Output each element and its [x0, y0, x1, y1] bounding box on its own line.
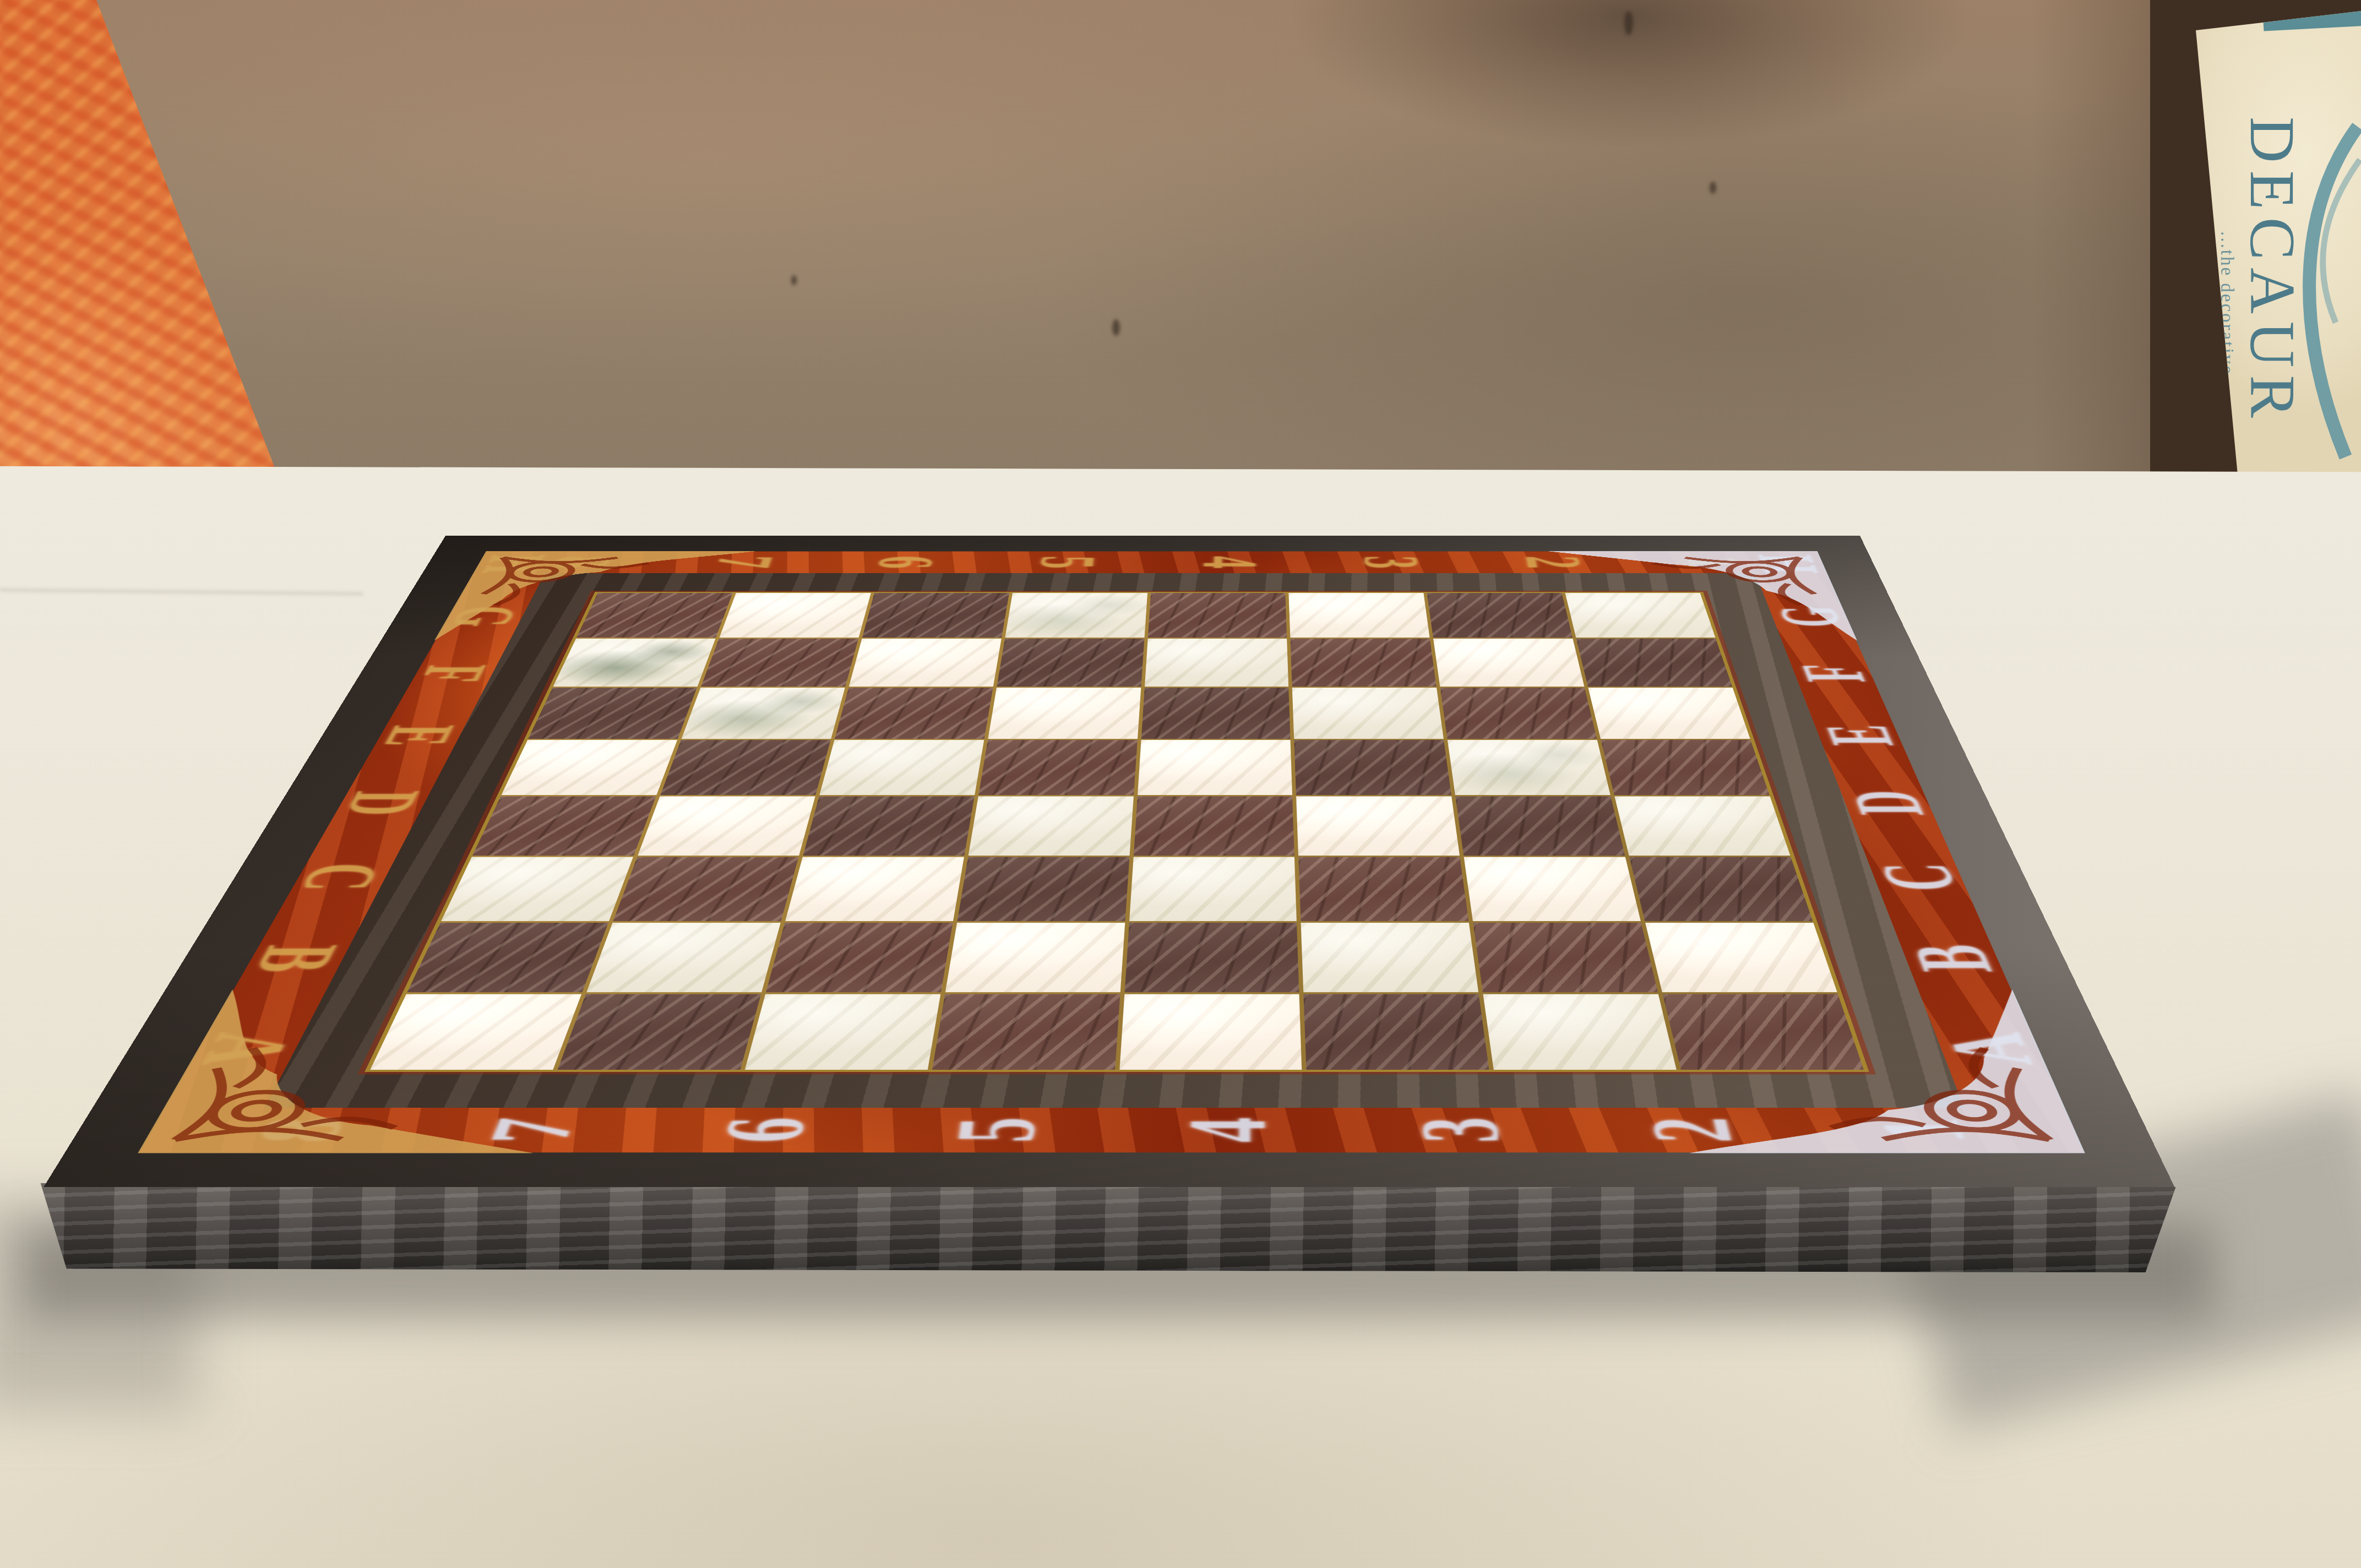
chessboard: AA88BB77CC66DD55EE44FF33GG22HH11 — [43, 536, 2174, 1187]
celtic-corner-ornament-icon — [418, 547, 771, 645]
celtic-corner-ornament-icon — [114, 982, 614, 1162]
celtic-corner-ornament-icon — [1631, 982, 2108, 1162]
photo-scene: DECAUR ...the decorative AA88BB77CC66DD5… — [0, 0, 2361, 1568]
celtic-corner-ornament-icon — [1533, 547, 1873, 645]
perspective-wrapper: AA88BB77CC66DD55EE44FF33GG22HH11 — [0, 0, 2361, 1568]
corner-ornaments — [43, 536, 2174, 1187]
